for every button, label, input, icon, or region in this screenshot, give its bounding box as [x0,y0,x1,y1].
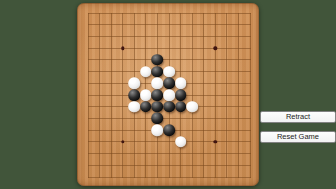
white-stone [175,77,187,89]
white-stone [175,136,187,148]
white-stone [140,66,152,78]
white-stone [128,101,140,113]
white-stone [152,124,164,136]
black-stone [128,89,140,101]
black-stone [152,54,164,66]
grid-line [226,13,227,178]
grid-line [238,13,239,178]
black-stone [152,113,164,125]
white-stone [163,89,175,101]
black-stone [163,124,175,136]
grid-line [250,13,251,178]
black-stone [152,89,164,101]
black-stone [163,77,175,89]
black-stone [152,101,164,113]
black-stone [163,101,175,113]
black-stone [175,89,187,101]
retract-button[interactable]: Retract [260,111,336,123]
black-stone [175,101,187,113]
black-stone [152,66,164,78]
grid-line [88,177,251,178]
white-stone [186,101,198,113]
grid-line [88,165,251,166]
star-point [121,46,124,49]
white-stone [163,66,175,78]
white-stone [140,89,152,101]
reset-game-button[interactable]: Reset Game [260,131,336,143]
star-point [214,46,217,49]
star-point [121,140,124,143]
white-stone [152,77,164,89]
gomoku-board[interactable] [77,3,259,186]
game-background: Retract Reset Game [0,0,336,189]
white-stone [128,77,140,89]
black-stone [140,101,152,113]
star-point [214,140,217,143]
